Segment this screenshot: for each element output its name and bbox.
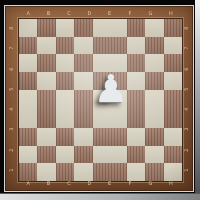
square-a4[interactable]	[19, 90, 37, 128]
square-b4[interactable]	[37, 90, 55, 128]
square-b7[interactable]	[37, 37, 55, 55]
square-c2[interactable]	[56, 146, 74, 164]
square-g8[interactable]	[145, 19, 163, 37]
square-e2[interactable]	[93, 146, 127, 164]
square-f5[interactable]	[127, 72, 145, 90]
square-h8[interactable]	[164, 19, 182, 37]
square-c1[interactable]	[56, 163, 74, 181]
square-a3[interactable]	[19, 128, 37, 146]
square-h5[interactable]	[164, 72, 182, 90]
square-h1[interactable]	[164, 163, 182, 181]
square-a8[interactable]	[19, 19, 37, 37]
square-g4[interactable]	[145, 90, 163, 128]
square-e1[interactable]	[93, 163, 127, 181]
square-d8[interactable]	[74, 19, 92, 37]
square-f7[interactable]	[127, 37, 145, 55]
square-b3[interactable]	[37, 128, 55, 146]
coord-label-b: B	[38, 9, 58, 18]
square-d1[interactable]	[74, 163, 92, 181]
board-squares: ♟	[18, 18, 183, 182]
square-c7[interactable]	[56, 37, 74, 55]
square-d5[interactable]	[74, 72, 92, 90]
square-f8[interactable]	[127, 19, 145, 37]
square-h4[interactable]	[164, 90, 182, 128]
photo-edge-bottom	[0, 193, 200, 200]
square-c6[interactable]	[56, 54, 74, 72]
square-a1[interactable]	[19, 163, 37, 181]
coord-label-a: A	[18, 9, 38, 18]
coord-label-d: D	[79, 9, 99, 18]
square-b5[interactable]	[37, 72, 55, 90]
square-d2[interactable]	[74, 146, 92, 164]
square-e8[interactable]	[93, 19, 127, 37]
square-c4[interactable]	[56, 90, 74, 128]
square-g3[interactable]	[145, 128, 163, 146]
square-d4[interactable]	[74, 90, 92, 128]
square-a5[interactable]	[19, 72, 37, 90]
square-e4[interactable]: ♟	[93, 90, 127, 128]
photo-scene: ABCDEFGH ABCDEFGH 87654321 87654321 ♟	[0, 0, 200, 200]
square-h3[interactable]	[164, 128, 182, 146]
square-a7[interactable]	[19, 37, 37, 55]
square-h2[interactable]	[164, 146, 182, 164]
coord-label-f: F	[120, 9, 140, 18]
coords-files-top: ABCDEFGH	[18, 9, 181, 18]
square-e7[interactable]	[93, 37, 127, 55]
square-d7[interactable]	[74, 37, 92, 55]
square-f6[interactable]	[127, 54, 145, 72]
square-g7[interactable]	[145, 37, 163, 55]
square-f1[interactable]	[127, 163, 145, 181]
square-c5[interactable]	[56, 72, 74, 90]
square-c8[interactable]	[56, 19, 74, 37]
square-e3[interactable]	[93, 128, 127, 146]
square-g5[interactable]	[145, 72, 163, 90]
coords-ranks-left: 87654321	[7, 18, 16, 180]
square-d6[interactable]	[74, 54, 92, 72]
square-c3[interactable]	[56, 128, 74, 146]
square-f2[interactable]	[127, 146, 145, 164]
photo-edge-right	[195, 0, 200, 197]
square-b6[interactable]	[37, 54, 55, 72]
chess-board: ABCDEFGH ABCDEFGH 87654321 87654321 ♟	[4, 5, 194, 192]
coord-label-g: G	[140, 9, 160, 18]
square-g2[interactable]	[145, 146, 163, 164]
square-f3[interactable]	[127, 128, 145, 146]
coord-label-h: H	[161, 9, 181, 18]
square-b1[interactable]	[37, 163, 55, 181]
piece-white-pawn[interactable]: ♟	[94, 70, 128, 108]
square-b2[interactable]	[37, 146, 55, 164]
square-h6[interactable]	[164, 54, 182, 72]
square-d3[interactable]	[74, 128, 92, 146]
square-g6[interactable]	[145, 54, 163, 72]
square-h7[interactable]	[164, 37, 182, 55]
coord-label-c: C	[59, 9, 79, 18]
square-f4[interactable]	[127, 90, 145, 128]
square-b8[interactable]	[37, 19, 55, 37]
square-a6[interactable]	[19, 54, 37, 72]
square-g1[interactable]	[145, 163, 163, 181]
coord-label-e: E	[100, 9, 120, 18]
square-a2[interactable]	[19, 146, 37, 164]
